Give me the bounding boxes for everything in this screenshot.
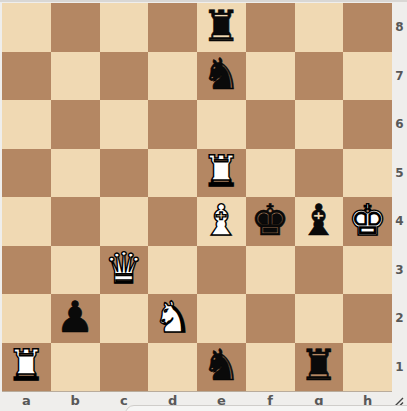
square-a3[interactable]: [2, 246, 51, 295]
square-g3[interactable]: [295, 246, 344, 295]
piece-white-queen[interactable]: ♛: [105, 247, 144, 290]
square-h6[interactable]: [343, 100, 392, 149]
square-f1[interactable]: [246, 343, 295, 392]
square-c6[interactable]: [100, 100, 149, 149]
square-g1[interactable]: ♜: [295, 343, 344, 392]
square-g4[interactable]: ♝: [295, 197, 344, 246]
square-c3[interactable]: ♛: [100, 246, 149, 295]
piece-black-pawn[interactable]: ♟: [56, 296, 95, 339]
file-label-b: b: [51, 391, 100, 409]
square-c2[interactable]: [100, 294, 149, 343]
rank-label-6: 6: [392, 100, 407, 149]
square-e7[interactable]: ♞: [197, 52, 246, 101]
square-b2[interactable]: ♟: [51, 294, 100, 343]
square-a1[interactable]: ♜: [2, 343, 51, 392]
square-d4[interactable]: [148, 197, 197, 246]
rank-label-7: 7: [392, 52, 407, 101]
square-h8[interactable]: [343, 3, 392, 52]
square-g7[interactable]: [295, 52, 344, 101]
rank-label-4: 4: [392, 197, 407, 246]
square-a7[interactable]: [2, 52, 51, 101]
piece-black-knight[interactable]: ♞: [202, 53, 241, 96]
square-e3[interactable]: [197, 246, 246, 295]
square-b4[interactable]: [51, 197, 100, 246]
square-h4[interactable]: ♚: [343, 197, 392, 246]
square-b6[interactable]: [51, 100, 100, 149]
square-h2[interactable]: [343, 294, 392, 343]
square-a6[interactable]: [2, 100, 51, 149]
square-g5[interactable]: [295, 149, 344, 198]
rank-coordinates: 87654321: [392, 3, 407, 391]
square-f4[interactable]: ♚: [246, 197, 295, 246]
square-c1[interactable]: [100, 343, 149, 392]
square-h7[interactable]: [343, 52, 392, 101]
square-b3[interactable]: [51, 246, 100, 295]
square-b5[interactable]: [51, 149, 100, 198]
square-d1[interactable]: [148, 343, 197, 392]
bottom-panel-edge: [125, 405, 407, 411]
square-h3[interactable]: [343, 246, 392, 295]
square-d3[interactable]: [148, 246, 197, 295]
piece-black-rook[interactable]: ♜: [300, 344, 339, 387]
square-d8[interactable]: [148, 3, 197, 52]
square-g2[interactable]: [295, 294, 344, 343]
piece-white-knight[interactable]: ♞: [153, 296, 192, 339]
piece-black-king[interactable]: ♚: [251, 199, 290, 242]
square-e6[interactable]: [197, 100, 246, 149]
square-e8[interactable]: ♜: [197, 3, 246, 52]
square-e4[interactable]: ♝: [197, 197, 246, 246]
piece-white-rook[interactable]: ♜: [202, 150, 241, 193]
square-e2[interactable]: [197, 294, 246, 343]
square-f3[interactable]: [246, 246, 295, 295]
rank-label-3: 3: [392, 246, 407, 295]
square-c7[interactable]: [100, 52, 149, 101]
rank-label-8: 8: [392, 3, 407, 52]
piece-black-knight[interactable]: ♞: [202, 344, 241, 387]
square-a5[interactable]: [2, 149, 51, 198]
square-c5[interactable]: [100, 149, 149, 198]
piece-black-rook[interactable]: ♜: [202, 5, 241, 48]
square-e1[interactable]: ♞: [197, 343, 246, 392]
square-d5[interactable]: [148, 149, 197, 198]
square-e5[interactable]: ♜: [197, 149, 246, 198]
square-b7[interactable]: [51, 52, 100, 101]
square-h1[interactable]: [343, 343, 392, 392]
piece-white-rook[interactable]: ♜: [7, 344, 46, 387]
square-c8[interactable]: [100, 3, 149, 52]
piece-black-bishop[interactable]: ♝: [300, 199, 339, 242]
piece-white-bishop[interactable]: ♝: [202, 199, 241, 242]
square-f5[interactable]: [246, 149, 295, 198]
square-b8[interactable]: [51, 3, 100, 52]
square-a8[interactable]: [2, 3, 51, 52]
square-d7[interactable]: [148, 52, 197, 101]
square-b1[interactable]: [51, 343, 100, 392]
square-f6[interactable]: [246, 100, 295, 149]
square-f7[interactable]: [246, 52, 295, 101]
square-d6[interactable]: [148, 100, 197, 149]
rank-label-2: 2: [392, 294, 407, 343]
square-f2[interactable]: [246, 294, 295, 343]
rank-label-5: 5: [392, 149, 407, 198]
square-d2[interactable]: ♞: [148, 294, 197, 343]
chess-board[interactable]: ♜♞♜♝♚♝♚♛♟♞♜♞♜: [2, 3, 392, 391]
square-a2[interactable]: [2, 294, 51, 343]
square-c4[interactable]: [100, 197, 149, 246]
square-f8[interactable]: [246, 3, 295, 52]
rank-label-1: 1: [392, 343, 407, 392]
square-g8[interactable]: [295, 3, 344, 52]
piece-white-king[interactable]: ♚: [348, 199, 387, 242]
square-a4[interactable]: [2, 197, 51, 246]
file-label-a: a: [2, 391, 51, 409]
square-g6[interactable]: [295, 100, 344, 149]
square-h5[interactable]: [343, 149, 392, 198]
